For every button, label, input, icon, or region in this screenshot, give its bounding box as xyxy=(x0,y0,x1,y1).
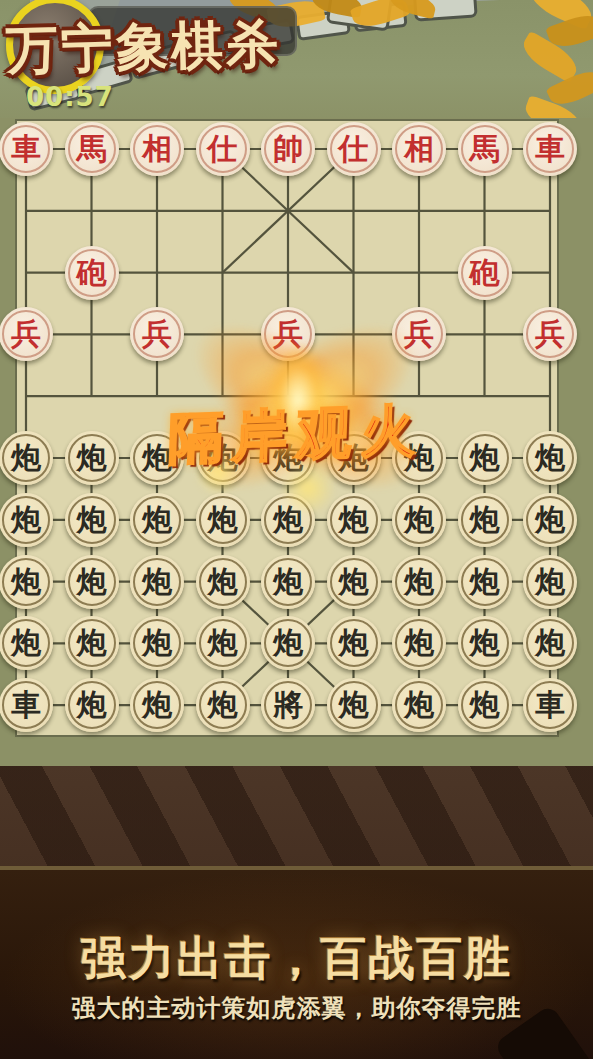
piece-red-帥[interactable]: 帥 xyxy=(261,122,315,176)
piece-red-相[interactable]: 相 xyxy=(392,122,446,176)
piece-red-兵[interactable]: 兵 xyxy=(392,307,446,361)
piece-black-炮[interactable]: 炮 xyxy=(458,555,512,609)
piece-black-炮[interactable]: 炮 xyxy=(65,616,119,670)
piece-red-馬[interactable]: 馬 xyxy=(65,122,119,176)
piece-char: 車 xyxy=(535,122,565,176)
piece-char: 砲 xyxy=(470,246,500,300)
piece-black-炮[interactable]: 炮 xyxy=(392,493,446,547)
piece-black-炮[interactable]: 炮 xyxy=(261,493,315,547)
piece-black-將[interactable]: 將 xyxy=(261,678,315,732)
piece-char: 炮 xyxy=(208,678,238,732)
piece-char: 炮 xyxy=(404,555,434,609)
piece-black-炮[interactable]: 炮 xyxy=(261,616,315,670)
piece-black-炮[interactable]: 炮 xyxy=(65,493,119,547)
piece-red-兵[interactable]: 兵 xyxy=(261,307,315,361)
pieces-layer: 車馬相仕帥仕相馬車砲砲兵兵兵兵兵炮炮炮炮炮炮炮炮炮炮炮炮炮炮炮炮炮炮炮炮炮炮炮炮… xyxy=(0,0,593,765)
piece-char: 兵 xyxy=(404,307,434,361)
piece-char: 砲 xyxy=(77,246,107,300)
piece-char: 炮 xyxy=(11,555,41,609)
piece-black-炮[interactable]: 炮 xyxy=(327,555,381,609)
piece-char: 仕 xyxy=(339,122,369,176)
piece-char: 炮 xyxy=(273,616,303,670)
piece-black-炮[interactable]: 炮 xyxy=(523,555,577,609)
piece-black-炮[interactable]: 炮 xyxy=(0,493,53,547)
promo-subline: 强大的主动计策如虎添翼，助你夺得完胜 xyxy=(0,992,593,1024)
piece-char: 相 xyxy=(404,122,434,176)
piece-char: 兵 xyxy=(142,307,172,361)
piece-char: 兵 xyxy=(273,307,303,361)
piece-black-炮[interactable]: 炮 xyxy=(523,493,577,547)
piece-char: 馬 xyxy=(77,122,107,176)
piece-red-仕[interactable]: 仕 xyxy=(196,122,250,176)
promo-headline: 强力出击，百战百胜 xyxy=(0,928,593,990)
piece-char: 炮 xyxy=(11,616,41,670)
piece-black-炮[interactable]: 炮 xyxy=(0,616,53,670)
piece-char: 炮 xyxy=(404,493,434,547)
piece-char: 炮 xyxy=(77,616,107,670)
piece-char: 炮 xyxy=(77,493,107,547)
piece-char: 炮 xyxy=(273,493,303,547)
piece-black-炮[interactable]: 炮 xyxy=(196,493,250,547)
piece-black-炮[interactable]: 炮 xyxy=(65,555,119,609)
piece-black-炮[interactable]: 炮 xyxy=(392,678,446,732)
piece-char: 兵 xyxy=(11,307,41,361)
piece-char: 炮 xyxy=(11,493,41,547)
piece-red-車[interactable]: 車 xyxy=(0,122,53,176)
piece-red-砲[interactable]: 砲 xyxy=(458,246,512,300)
piece-char: 將 xyxy=(273,678,303,732)
piece-char: 炮 xyxy=(470,678,500,732)
piece-black-炮[interactable]: 炮 xyxy=(458,616,512,670)
piece-red-相[interactable]: 相 xyxy=(130,122,184,176)
piece-char: 炮 xyxy=(142,616,172,670)
piece-char: 炮 xyxy=(208,616,238,670)
piece-char: 炮 xyxy=(470,493,500,547)
piece-char: 仕 xyxy=(208,122,238,176)
piece-char: 兵 xyxy=(535,307,565,361)
piece-char: 車 xyxy=(11,122,41,176)
piece-black-炮[interactable]: 炮 xyxy=(392,616,446,670)
piece-black-炮[interactable]: 炮 xyxy=(0,555,53,609)
piece-char: 炮 xyxy=(77,678,107,732)
piece-black-炮[interactable]: 炮 xyxy=(327,616,381,670)
countdown-timer: 00:57 xyxy=(26,82,114,112)
piece-black-炮[interactable]: 炮 xyxy=(327,678,381,732)
wood-stripes xyxy=(0,766,593,870)
piece-char: 炮 xyxy=(208,493,238,547)
piece-char: 炮 xyxy=(535,555,565,609)
piece-black-炮[interactable]: 炮 xyxy=(196,555,250,609)
piece-char: 車 xyxy=(535,678,565,732)
piece-black-炮[interactable]: 炮 xyxy=(327,493,381,547)
piece-black-車[interactable]: 車 xyxy=(523,678,577,732)
piece-black-炮[interactable]: 炮 xyxy=(130,555,184,609)
piece-red-馬[interactable]: 馬 xyxy=(458,122,512,176)
piece-black-炮[interactable]: 炮 xyxy=(196,616,250,670)
piece-char: 炮 xyxy=(142,678,172,732)
piece-black-炮[interactable]: 炮 xyxy=(458,678,512,732)
piece-char: 炮 xyxy=(404,616,434,670)
piece-char: 帥 xyxy=(273,122,303,176)
piece-char: 炮 xyxy=(142,493,172,547)
piece-char: 炮 xyxy=(339,555,369,609)
piece-black-炮[interactable]: 炮 xyxy=(130,616,184,670)
piece-black-炮[interactable]: 炮 xyxy=(130,678,184,732)
piece-char: 馬 xyxy=(470,122,500,176)
piece-char: 相 xyxy=(142,122,172,176)
piece-char: 炮 xyxy=(142,555,172,609)
piece-black-炮[interactable]: 炮 xyxy=(65,678,119,732)
piece-char: 炮 xyxy=(208,555,238,609)
piece-red-仕[interactable]: 仕 xyxy=(327,122,381,176)
piece-red-兵[interactable]: 兵 xyxy=(130,307,184,361)
piece-char: 車 xyxy=(11,678,41,732)
piece-char: 炮 xyxy=(470,555,500,609)
piece-black-炮[interactable]: 炮 xyxy=(392,555,446,609)
piece-char: 炮 xyxy=(535,616,565,670)
piece-red-砲[interactable]: 砲 xyxy=(65,246,119,300)
piece-black-炮[interactable]: 炮 xyxy=(458,493,512,547)
piece-black-炮[interactable]: 炮 xyxy=(261,555,315,609)
app-title: 万宁象棋杀 xyxy=(5,8,337,87)
piece-char: 炮 xyxy=(339,678,369,732)
piece-black-炮[interactable]: 炮 xyxy=(130,493,184,547)
piece-red-車[interactable]: 車 xyxy=(523,122,577,176)
piece-char: 炮 xyxy=(339,616,369,670)
piece-char: 炮 xyxy=(404,678,434,732)
piece-black-炮[interactable]: 炮 xyxy=(196,678,250,732)
piece-black-車[interactable]: 車 xyxy=(0,678,53,732)
piece-red-兵[interactable]: 兵 xyxy=(0,307,53,361)
piece-char: 炮 xyxy=(77,555,107,609)
piece-char: 炮 xyxy=(470,616,500,670)
piece-char: 炮 xyxy=(273,555,303,609)
piece-red-兵[interactable]: 兵 xyxy=(523,307,577,361)
game-screen: 車馬相仕帥仕相馬車砲砲兵兵兵兵兵炮炮炮炮炮炮炮炮炮炮炮炮炮炮炮炮炮炮炮炮炮炮炮炮… xyxy=(0,0,593,1059)
piece-char: 炮 xyxy=(339,493,369,547)
piece-char: 炮 xyxy=(535,493,565,547)
piece-black-炮[interactable]: 炮 xyxy=(523,616,577,670)
